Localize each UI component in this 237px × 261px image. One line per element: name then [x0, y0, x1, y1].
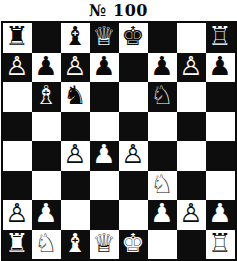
square-d2 [90, 200, 119, 230]
black-bishop-piece: ♗ [34, 82, 57, 110]
black-knight-piece: ♘ [150, 82, 173, 110]
square-b5 [32, 112, 61, 142]
square-b2: ♟ [32, 200, 61, 230]
square-d5 [90, 112, 119, 142]
square-h4 [206, 141, 235, 171]
chess-board: ♜♝♕♚♖♙♟♙♟♟♙♟♗♞♘♙♟♙♘♙♟♟♙♟♜♘♝♕♚♖ [1, 21, 237, 261]
square-g7: ♙ [177, 53, 206, 83]
black-pawn-piece: ♟ [150, 53, 173, 81]
white-pawn-piece: ♟ [92, 141, 115, 169]
black-rook-piece: ♖ [208, 23, 231, 51]
white-rook-piece: ♜ [5, 230, 28, 258]
black-rook-piece: ♜ [5, 23, 28, 51]
white-queen-piece: ♕ [92, 230, 115, 258]
square-f5 [148, 112, 177, 142]
black-king-piece: ♚ [121, 23, 144, 51]
square-g2: ♙ [177, 200, 206, 230]
square-g5 [177, 112, 206, 142]
square-c2 [61, 200, 90, 230]
white-king-piece: ♚ [121, 230, 144, 258]
black-pawn-piece: ♟ [92, 53, 115, 81]
white-pawn-piece: ♙ [5, 200, 28, 228]
black-bishop-piece: ♝ [63, 23, 86, 51]
square-h1: ♖ [206, 230, 235, 260]
white-pawn-piece: ♙ [63, 141, 86, 169]
square-e5 [119, 112, 148, 142]
square-f4 [148, 141, 177, 171]
square-h2: ♟ [206, 200, 235, 230]
white-pawn-piece: ♟ [34, 200, 57, 228]
square-a8: ♜ [3, 23, 32, 53]
square-g6 [177, 82, 206, 112]
square-g4 [177, 141, 206, 171]
black-queen-piece: ♕ [92, 23, 115, 51]
square-a7: ♙ [3, 53, 32, 83]
square-f1 [148, 230, 177, 260]
square-b1: ♘ [32, 230, 61, 260]
square-f6: ♘ [148, 82, 177, 112]
white-bishop-piece: ♝ [63, 230, 86, 258]
square-f7: ♟ [148, 53, 177, 83]
square-h7: ♟ [206, 53, 235, 83]
square-c4: ♙ [61, 141, 90, 171]
black-pawn-piece: ♙ [63, 53, 86, 81]
square-f8 [148, 23, 177, 53]
square-e8: ♚ [119, 23, 148, 53]
black-pawn-piece: ♙ [179, 53, 202, 81]
square-a6 [3, 82, 32, 112]
black-pawn-piece: ♟ [208, 53, 231, 81]
square-c7: ♙ [61, 53, 90, 83]
square-a1: ♜ [3, 230, 32, 260]
square-f3: ♘ [148, 171, 177, 201]
square-d4: ♟ [90, 141, 119, 171]
square-e1: ♚ [119, 230, 148, 260]
square-b3 [32, 171, 61, 201]
chess-diagram: № 100 ♜♝♕♚♖♙♟♙♟♟♙♟♗♞♘♙♟♙♘♙♟♟♙♟♜♘♝♕♚♖ [0, 0, 237, 261]
square-a4 [3, 141, 32, 171]
square-c5 [61, 112, 90, 142]
white-pawn-piece: ♙ [179, 200, 202, 228]
square-d3 [90, 171, 119, 201]
square-f2: ♟ [148, 200, 177, 230]
square-a3 [3, 171, 32, 201]
square-h6 [206, 82, 235, 112]
black-pawn-piece: ♙ [5, 53, 28, 81]
square-a2: ♙ [3, 200, 32, 230]
square-e2 [119, 200, 148, 230]
square-d7: ♟ [90, 53, 119, 83]
square-c3 [61, 171, 90, 201]
square-d1: ♕ [90, 230, 119, 260]
puzzle-number-title: № 100 [89, 0, 148, 21]
square-g8 [177, 23, 206, 53]
white-knight-piece: ♘ [34, 230, 57, 258]
square-b4 [32, 141, 61, 171]
square-a5 [3, 112, 32, 142]
square-h3 [206, 171, 235, 201]
square-h8: ♖ [206, 23, 235, 53]
square-e4: ♙ [119, 141, 148, 171]
black-knight-piece: ♞ [63, 82, 86, 110]
white-rook-piece: ♖ [208, 230, 231, 258]
black-pawn-piece: ♟ [34, 53, 57, 81]
square-c8: ♝ [61, 23, 90, 53]
square-h5 [206, 112, 235, 142]
square-e7 [119, 53, 148, 83]
white-pawn-piece: ♟ [150, 200, 173, 228]
white-pawn-piece: ♟ [208, 200, 231, 228]
square-d8: ♕ [90, 23, 119, 53]
square-c1: ♝ [61, 230, 90, 260]
white-pawn-piece: ♙ [121, 141, 144, 169]
square-b8 [32, 23, 61, 53]
square-e3 [119, 171, 148, 201]
square-b7: ♟ [32, 53, 61, 83]
square-d6 [90, 82, 119, 112]
square-g3 [177, 171, 206, 201]
square-g1 [177, 230, 206, 260]
square-c6: ♞ [61, 82, 90, 112]
square-e6 [119, 82, 148, 112]
white-knight-piece: ♘ [150, 171, 173, 199]
square-b6: ♗ [32, 82, 61, 112]
